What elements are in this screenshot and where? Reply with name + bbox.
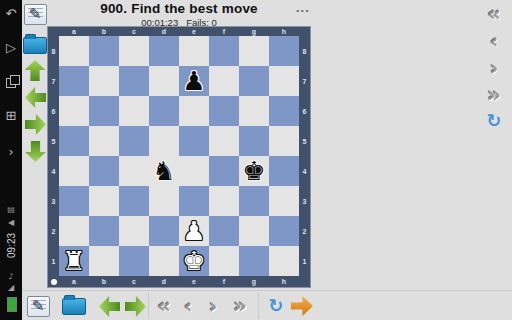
square-h4[interactable] <box>269 156 299 186</box>
square-e5[interactable] <box>179 126 209 156</box>
square-d2[interactable] <box>149 216 179 246</box>
rewind-all-icon: « <box>157 296 171 317</box>
square-b7[interactable] <box>89 66 119 96</box>
square-c3[interactable] <box>119 186 149 216</box>
go-back-button[interactable]: ‹ <box>176 291 200 320</box>
board-corner-move-indicator <box>48 276 59 287</box>
rank-label-left-6: 6 <box>48 96 59 126</box>
square-d4[interactable]: ♞ <box>149 156 179 186</box>
nav-forward-icon[interactable]: ▷ <box>0 41 22 55</box>
status-signal-icon: ◢ <box>0 283 22 292</box>
file-label-bottom-a: a <box>59 276 89 287</box>
square-a1[interactable]: ♜ <box>59 246 89 276</box>
square-g8[interactable] <box>239 36 269 66</box>
file-label-c: c <box>119 27 149 36</box>
green-down-arrow-icon <box>25 141 46 162</box>
file-label-e: e <box>179 27 209 36</box>
rank-label-left-2: 2 <box>48 216 59 246</box>
file-label-bottom-c: c <box>119 276 149 287</box>
file-label-h: h <box>269 27 299 36</box>
piece-black-d4: ♞ <box>152 156 175 186</box>
square-a2[interactable] <box>59 216 89 246</box>
rank-label-left-1: 1 <box>48 246 59 276</box>
square-h7[interactable] <box>269 66 299 96</box>
square-d1[interactable] <box>149 246 179 276</box>
green-left-arrow-icon <box>99 296 120 317</box>
refresh-icon: ↻ <box>268 297 283 315</box>
rank-label-right-4: 4 <box>299 156 310 186</box>
last-puzzle-button[interactable]: » <box>480 85 508 106</box>
orange-right-arrow-icon <box>291 296 313 316</box>
edit-notes-button-bottom[interactable]: ✎ <box>22 291 54 320</box>
file-label-bottom-h: h <box>269 276 299 287</box>
square-g6[interactable] <box>239 96 269 126</box>
step-forward-icon: › <box>490 58 498 78</box>
square-b4[interactable] <box>89 156 119 186</box>
rank-label-left-4: 4 <box>48 156 59 186</box>
square-d8[interactable] <box>149 36 179 66</box>
white-to-move-dot <box>51 279 57 285</box>
square-c8[interactable] <box>119 36 149 66</box>
open-folder-button[interactable] <box>22 33 48 54</box>
square-f5[interactable] <box>209 126 239 156</box>
square-h1[interactable] <box>269 246 299 276</box>
green-right-arrow-icon <box>25 114 46 135</box>
file-label-a: a <box>59 27 89 36</box>
piece-black-g4: ♚ <box>242 156 265 186</box>
previous-puzzle-button[interactable]: ‹ <box>480 31 508 51</box>
file-label-f: f <box>209 27 239 36</box>
rank-label-right-2: 2 <box>299 216 310 246</box>
board-corner <box>299 27 310 36</box>
square-f2[interactable] <box>209 216 239 246</box>
square-b2[interactable] <box>89 216 119 246</box>
square-h5[interactable] <box>269 126 299 156</box>
file-label-bottom-g: g <box>239 276 269 287</box>
nav-back-icon[interactable]: ↶ <box>0 7 22 21</box>
green-left-arrow-icon <box>25 87 46 108</box>
square-b5[interactable] <box>89 126 119 156</box>
step-forward-icon: › <box>209 296 217 316</box>
square-g7[interactable] <box>239 66 269 96</box>
bottom-toolbar: ✎ « ‹ › » ↻ <box>22 290 512 320</box>
go-start-button[interactable]: « <box>150 291 178 320</box>
page-title: 900. Find the best move <box>48 1 310 16</box>
folder-icon <box>62 298 86 315</box>
square-a6[interactable] <box>59 96 89 126</box>
square-c5[interactable] <box>119 126 149 156</box>
next-puzzle-button[interactable]: › <box>480 58 508 78</box>
piece-black-e7: ♟ <box>182 66 205 96</box>
chess-board[interactable]: abcdefgh887♟766554♞♚4332♟21♜♚1abcdefgh <box>48 27 310 287</box>
piece-white-e1: ♚ <box>182 246 205 276</box>
square-e1[interactable]: ♚ <box>179 246 209 276</box>
square-c4[interactable] <box>119 156 149 186</box>
piece-white-a1: ♜ <box>62 246 85 276</box>
square-c6[interactable] <box>119 96 149 126</box>
move-right-button[interactable] <box>22 114 48 135</box>
move-up-button[interactable] <box>22 60 48 81</box>
square-g3[interactable] <box>239 186 269 216</box>
rank-label-right-6: 6 <box>299 96 310 126</box>
square-f7[interactable] <box>209 66 239 96</box>
nav-recents-icon[interactable] <box>6 78 16 88</box>
square-e7[interactable]: ♟ <box>179 66 209 96</box>
go-end-button[interactable]: » <box>226 291 254 320</box>
square-h6[interactable] <box>269 96 299 126</box>
square-e3[interactable] <box>179 186 209 216</box>
status-battery-icon <box>7 297 17 312</box>
go-fwd-button[interactable]: › <box>201 291 225 320</box>
file-label-bottom-f: f <box>209 276 239 287</box>
square-f4[interactable] <box>209 156 239 186</box>
rank-label-left-3: 3 <box>48 186 59 216</box>
step-back-icon: ‹ <box>184 296 192 316</box>
file-label-bottom-d: d <box>149 276 179 287</box>
forward-all-icon: » <box>487 85 501 106</box>
square-e6[interactable] <box>179 96 209 126</box>
square-f6[interactable] <box>209 96 239 126</box>
rank-label-right-3: 3 <box>299 186 310 216</box>
forward-all-icon: » <box>233 296 247 317</box>
rank-label-right-8: 8 <box>299 36 310 66</box>
rank-label-right-7: 7 <box>299 66 310 96</box>
nav-grid-icon[interactable]: ⊞ <box>0 109 22 123</box>
board-corner <box>48 27 59 36</box>
square-d5[interactable] <box>149 126 179 156</box>
file-label-bottom-e: e <box>179 276 209 287</box>
folder-icon <box>23 37 47 54</box>
status-sound-icon: ♪ <box>0 272 22 281</box>
android-status-bar: ↶ ▷ ⊞ › ▤ ◀ 09:23 ♪ ◢ <box>0 0 22 320</box>
rank-label-left-7: 7 <box>48 66 59 96</box>
piece-white-e2: ♟ <box>182 216 205 246</box>
step-back-icon: ‹ <box>490 31 498 51</box>
square-e8[interactable] <box>179 36 209 66</box>
nav-more-icon[interactable]: › <box>0 145 22 159</box>
square-f1[interactable] <box>209 246 239 276</box>
square-c1[interactable] <box>119 246 149 276</box>
rewind-all-icon: « <box>487 4 501 25</box>
square-a4[interactable] <box>59 156 89 186</box>
toolbar-divider <box>148 293 149 319</box>
square-a7[interactable] <box>59 66 89 96</box>
status-screen-icon: ▤ <box>0 205 22 214</box>
status-clock: 09:23 <box>6 221 17 271</box>
square-g4[interactable]: ♚ <box>239 156 269 186</box>
square-a8[interactable] <box>59 36 89 66</box>
square-h3[interactable] <box>269 186 299 216</box>
square-f3[interactable] <box>209 186 239 216</box>
open-folder-button-bottom[interactable] <box>58 291 90 320</box>
square-d7[interactable] <box>149 66 179 96</box>
square-h8[interactable] <box>269 36 299 66</box>
square-d3[interactable] <box>149 186 179 216</box>
refresh-button-bottom[interactable]: ↻ <box>262 291 290 320</box>
edit-notes-button[interactable]: ✎ <box>22 4 48 25</box>
square-c7[interactable] <box>119 66 149 96</box>
toolbar-divider <box>258 293 259 319</box>
square-b3[interactable] <box>89 186 119 216</box>
next-move-button[interactable] <box>120 291 150 320</box>
square-f8[interactable] <box>209 36 239 66</box>
square-g2[interactable] <box>239 216 269 246</box>
file-label-g: g <box>239 27 269 36</box>
continue-button[interactable] <box>288 291 316 320</box>
overflow-menu-button[interactable]: ... <box>296 0 316 15</box>
file-label-b: b <box>89 27 119 36</box>
file-label-bottom-b: b <box>89 276 119 287</box>
rank-label-right-5: 5 <box>299 126 310 156</box>
square-d6[interactable] <box>149 96 179 126</box>
left-toolbar: ✎ <box>22 0 48 320</box>
move-down-button[interactable] <box>22 141 48 162</box>
notepad-icon: ✎ <box>24 4 47 25</box>
rank-label-left-5: 5 <box>48 126 59 156</box>
square-h2[interactable] <box>269 216 299 246</box>
refresh-icon: ↻ <box>486 112 501 130</box>
square-a3[interactable] <box>59 186 89 216</box>
first-puzzle-button[interactable]: « <box>480 4 508 25</box>
square-g5[interactable] <box>239 126 269 156</box>
square-e4[interactable] <box>179 156 209 186</box>
notepad-icon: ✎ <box>27 296 50 317</box>
refresh-button-right[interactable]: ↻ <box>480 112 508 130</box>
green-up-arrow-icon <box>25 60 46 81</box>
square-b6[interactable] <box>89 96 119 126</box>
square-e2[interactable]: ♟ <box>179 216 209 246</box>
rank-label-left-8: 8 <box>48 36 59 66</box>
square-a5[interactable] <box>59 126 89 156</box>
square-g1[interactable] <box>239 246 269 276</box>
board-corner <box>299 276 310 287</box>
square-b8[interactable] <box>89 36 119 66</box>
header: 900. Find the best move 00:01:23Fails: 0 <box>48 0 310 28</box>
green-right-arrow-icon <box>125 296 146 317</box>
file-label-d: d <box>149 27 179 36</box>
square-b1[interactable] <box>89 246 119 276</box>
move-left-button[interactable] <box>22 87 48 108</box>
rank-label-right-1: 1 <box>299 246 310 276</box>
square-c2[interactable] <box>119 216 149 246</box>
